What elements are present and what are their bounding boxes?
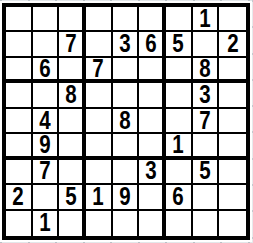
given-digit: 8 [199, 58, 210, 82]
given-digit: 6 [145, 32, 156, 57]
cell-r8c2[interactable] [33, 185, 60, 210]
cell-r2c4[interactable] [86, 32, 113, 57]
cell-r2c8[interactable] [193, 32, 220, 57]
cell-r2c2[interactable] [33, 32, 60, 57]
cell-r5c8[interactable]: 7 [193, 109, 220, 134]
given-digit: 1 [199, 7, 210, 32]
cell-r4c9[interactable] [219, 83, 246, 108]
cell-r7c5[interactable] [113, 160, 140, 185]
cell-r6c9[interactable] [219, 134, 246, 159]
given-digit: 7 [199, 109, 210, 134]
cell-r9c2[interactable]: 1 [33, 211, 60, 236]
cell-r8c4[interactable]: 1 [86, 185, 113, 210]
cell-r5c1[interactable] [6, 109, 33, 134]
cell-r2c1[interactable] [6, 32, 33, 57]
spreadsheet-gridline-right [252, 0, 253, 243]
cell-r1c9[interactable] [219, 7, 246, 32]
cell-r2c9[interactable]: 2 [219, 32, 246, 57]
cell-r5c2[interactable]: 4 [33, 109, 60, 134]
given-digit: 7 [39, 160, 50, 185]
cell-r3c7[interactable] [166, 58, 193, 83]
given-digit: 8 [119, 109, 130, 134]
given-digit: 7 [93, 58, 104, 82]
cell-r8c3[interactable]: 5 [59, 185, 86, 210]
cell-r9c8[interactable] [193, 211, 220, 236]
cell-r7c1[interactable] [6, 160, 33, 185]
cell-r4c7[interactable] [166, 83, 193, 108]
cell-r8c9[interactable] [219, 185, 246, 210]
cell-r4c8[interactable]: 3 [193, 83, 220, 108]
cell-r4c2[interactable] [33, 83, 60, 108]
cell-r5c5[interactable]: 8 [113, 109, 140, 134]
cell-r3c5[interactable] [113, 58, 140, 83]
cell-r9c5[interactable] [113, 211, 140, 236]
sudoku-board: 1736526788348791735251961 [2, 3, 250, 240]
spreadsheet-background: 1736526788348791735251961 [0, 0, 253, 243]
cell-r9c3[interactable] [59, 211, 86, 236]
cell-r6c8[interactable] [193, 134, 220, 159]
given-digit: 1 [173, 134, 184, 158]
cell-r9c6[interactable] [139, 211, 166, 236]
cell-r3c2[interactable]: 6 [33, 58, 60, 83]
given-digit: 1 [39, 211, 50, 236]
cell-r8c1[interactable]: 2 [6, 185, 33, 210]
cell-r8c5[interactable]: 9 [113, 185, 140, 210]
cell-r3c3[interactable] [59, 58, 86, 83]
cell-r6c3[interactable] [59, 134, 86, 159]
cell-r6c5[interactable] [113, 134, 140, 159]
cell-r5c6[interactable] [139, 109, 166, 134]
cell-r9c7[interactable] [166, 211, 193, 236]
given-digit: 2 [227, 32, 238, 57]
cell-r1c3[interactable] [59, 7, 86, 32]
cell-r4c3[interactable]: 8 [59, 83, 86, 108]
cell-r4c5[interactable] [113, 83, 140, 108]
cell-r5c9[interactable] [219, 109, 246, 134]
cell-r1c8[interactable]: 1 [193, 7, 220, 32]
given-digit: 8 [65, 83, 76, 108]
cell-r4c4[interactable] [86, 83, 113, 108]
cell-r1c7[interactable] [166, 7, 193, 32]
cell-r8c8[interactable] [193, 185, 220, 210]
cell-r4c1[interactable] [6, 83, 33, 108]
given-digit: 3 [145, 160, 156, 185]
given-digit: 9 [39, 134, 50, 158]
cell-r2c7[interactable]: 5 [166, 32, 193, 57]
cell-r8c6[interactable] [139, 185, 166, 210]
given-digit: 5 [173, 32, 184, 57]
spreadsheet-gridline-top [0, 0, 253, 1]
given-digit: 9 [119, 185, 130, 210]
given-digit: 6 [39, 58, 50, 82]
cell-r7c4[interactable] [86, 160, 113, 185]
cell-r3c6[interactable] [139, 58, 166, 83]
given-digit: 5 [65, 185, 76, 210]
cell-r3c4[interactable]: 7 [86, 58, 113, 83]
cell-r1c1[interactable] [6, 7, 33, 32]
cell-r1c4[interactable] [86, 7, 113, 32]
given-digit: 2 [13, 185, 24, 210]
cell-r7c9[interactable] [219, 160, 246, 185]
cell-r7c3[interactable] [59, 160, 86, 185]
cell-r5c4[interactable] [86, 109, 113, 134]
cell-r3c8[interactable]: 8 [193, 58, 220, 83]
given-digit: 3 [119, 32, 130, 57]
cell-r5c7[interactable] [166, 109, 193, 134]
cell-r2c3[interactable]: 7 [59, 32, 86, 57]
cell-r6c1[interactable] [6, 134, 33, 159]
cell-r7c7[interactable] [166, 160, 193, 185]
given-digit: 5 [199, 160, 210, 185]
cell-r7c6[interactable]: 3 [139, 160, 166, 185]
cell-r2c5[interactable]: 3 [113, 32, 140, 57]
cell-r1c6[interactable] [139, 7, 166, 32]
given-digit: 6 [173, 185, 184, 210]
cell-r6c4[interactable] [86, 134, 113, 159]
cell-r6c2[interactable]: 9 [33, 134, 60, 159]
cell-r3c1[interactable] [6, 58, 33, 83]
cell-r1c5[interactable] [113, 7, 140, 32]
given-digit: 1 [93, 185, 104, 210]
cell-r5c3[interactable] [59, 109, 86, 134]
given-digit: 4 [39, 109, 50, 134]
cell-r4c6[interactable] [139, 83, 166, 108]
given-digit: 3 [199, 83, 210, 108]
given-digit: 7 [65, 32, 76, 57]
cell-r8c7[interactable]: 6 [166, 185, 193, 210]
cell-r2c6[interactable]: 6 [139, 32, 166, 57]
cell-r3c9[interactable] [219, 58, 246, 83]
cell-r7c8[interactable]: 5 [193, 160, 220, 185]
cell-r9c9[interactable] [219, 211, 246, 236]
cell-r6c6[interactable] [139, 134, 166, 159]
cell-r9c1[interactable] [6, 211, 33, 236]
cell-r7c2[interactable]: 7 [33, 160, 60, 185]
cell-r9c4[interactable] [86, 211, 113, 236]
cell-r1c2[interactable] [33, 7, 60, 32]
cell-r6c7[interactable]: 1 [166, 134, 193, 159]
